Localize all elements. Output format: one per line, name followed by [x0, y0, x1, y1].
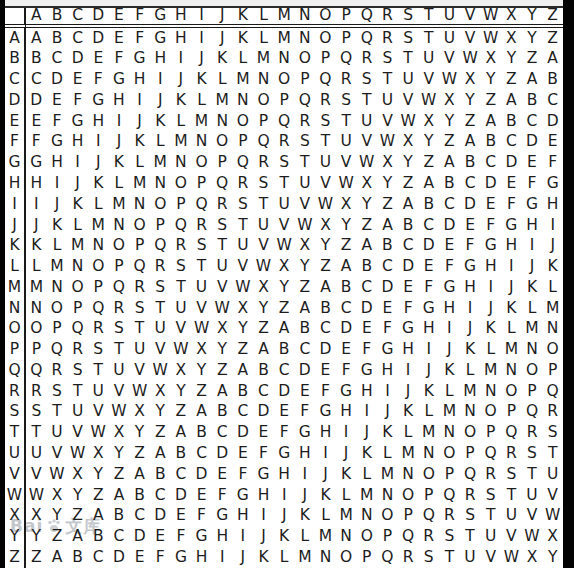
grid-cell: Z [295, 277, 316, 298]
grid-cell: J [418, 360, 439, 381]
grid-cell: Z [26, 547, 47, 568]
grid-cell: B [295, 319, 316, 340]
col-header: A [26, 8, 47, 28]
grid-cell: V [522, 506, 543, 527]
grid-cell: S [418, 547, 439, 568]
grid-cell: L [295, 526, 316, 547]
grid-cell: G [501, 215, 522, 236]
grid-cell: B [336, 277, 357, 298]
grid-cell: W [418, 90, 439, 111]
grid-cell: T [253, 194, 274, 215]
grid-cell: G [129, 49, 150, 70]
grid-cell: M [88, 215, 109, 236]
grid-cell: K [253, 547, 274, 568]
grid-cell: E [47, 90, 68, 111]
grid-cell: W [67, 443, 88, 464]
grid-cell: U [233, 236, 254, 257]
grid-cell: W [47, 464, 68, 485]
grid-cell: J [377, 402, 398, 423]
grid-cell: C [212, 423, 233, 444]
grid-cell: W [460, 49, 481, 70]
grid-cell: P [47, 319, 68, 340]
grid-cell: X [295, 236, 316, 257]
grid-cell: I [398, 360, 419, 381]
grid-cell: D [67, 49, 88, 70]
grid-cell: M [522, 319, 543, 340]
grid-cell: S [336, 90, 357, 111]
grid-cell: F [542, 153, 563, 174]
col-header: X [501, 8, 522, 28]
grid-cell: Y [377, 173, 398, 194]
grid-cell: P [129, 236, 150, 257]
grid-cell: D [501, 153, 522, 174]
grid-cell: T [274, 173, 295, 194]
grid-cell: D [212, 443, 233, 464]
grid-cell: K [377, 423, 398, 444]
grid-cell: O [253, 90, 274, 111]
grid-cell: F [460, 236, 481, 257]
grid-cell: X [129, 402, 150, 423]
grid-cell: N [460, 402, 481, 423]
grid-cell: V [295, 194, 316, 215]
grid-cell: B [129, 485, 150, 506]
grid-cell: C [356, 277, 377, 298]
row-header: O [5, 319, 26, 340]
grid-cell: L [274, 547, 295, 568]
grid-cell: O [129, 215, 150, 236]
grid-cell: Y [501, 49, 522, 70]
grid-cell: Z [171, 402, 192, 423]
grid-cell: Y [233, 319, 254, 340]
grid-cell: I [501, 256, 522, 277]
grid-cell: R [150, 256, 171, 277]
grid-cell: N [26, 298, 47, 319]
grid-cell: L [212, 70, 233, 91]
grid-cell: Q [109, 277, 130, 298]
grid-cell: P [171, 194, 192, 215]
grid-cell: B [522, 90, 543, 111]
grid-cell: W [26, 485, 47, 506]
grid-cell: Z [109, 464, 130, 485]
grid-cell: I [315, 443, 336, 464]
grid-cell: O [109, 236, 130, 257]
grid-cell: N [88, 236, 109, 257]
grid-cell: H [274, 464, 295, 485]
grid-cell: C [88, 547, 109, 568]
grid-cell: J [150, 90, 171, 111]
grid-cell: T [109, 340, 130, 361]
grid-cell: R [253, 153, 274, 174]
grid-cell: Z [253, 319, 274, 340]
grid-cell: S [150, 277, 171, 298]
grid-cell: T [315, 132, 336, 153]
grid-cell: F [26, 132, 47, 153]
grid-cell: Q [171, 215, 192, 236]
grid-cell: V [212, 277, 233, 298]
grid-cell: M [171, 132, 192, 153]
grid-cell: Y [295, 256, 316, 277]
grid-cell: H [26, 173, 47, 194]
row-header: X [5, 506, 26, 527]
grid-cell: B [191, 423, 212, 444]
grid-cell: L [109, 173, 130, 194]
grid-cell: D [274, 381, 295, 402]
grid-cell: W [336, 173, 357, 194]
grid-cell: O [150, 194, 171, 215]
grid-cell: Q [480, 443, 501, 464]
grid-cell: T [501, 485, 522, 506]
grid-cell: J [336, 443, 357, 464]
grid-cell: E [233, 443, 254, 464]
grid-cell: S [88, 340, 109, 361]
grid-cell: A [150, 443, 171, 464]
row-header: P [5, 340, 26, 361]
grid-cell: W [191, 319, 212, 340]
grid-cell: O [67, 277, 88, 298]
col-header: W [480, 8, 501, 28]
grid-cell: Y [356, 194, 377, 215]
col-header: T [418, 8, 439, 28]
grid-cell: K [233, 28, 254, 49]
grid-cell: R [336, 70, 357, 91]
grid-cell: X [460, 70, 481, 91]
row-header: B [5, 49, 26, 70]
grid-cell: K [191, 70, 212, 91]
grid-cell: L [171, 111, 192, 132]
grid-cell: Y [171, 381, 192, 402]
grid-cell: H [253, 485, 274, 506]
grid-cell: Z [88, 485, 109, 506]
grid-cell: H [398, 340, 419, 361]
grid-cell: I [171, 49, 192, 70]
grid-cell: A [47, 547, 68, 568]
grid-cell: A [26, 28, 47, 49]
grid-cell: U [109, 360, 130, 381]
grid-cell: F [212, 485, 233, 506]
grid-cell: Q [47, 340, 68, 361]
grid-cell: S [460, 506, 481, 527]
grid-cell: K [315, 485, 336, 506]
grid-cell: P [398, 506, 419, 527]
grid-cell: Q [501, 423, 522, 444]
grid-cell: P [377, 526, 398, 547]
grid-cell: O [377, 506, 398, 527]
grid-cell: U [439, 28, 460, 49]
grid-cell: O [480, 402, 501, 423]
grid-cell: C [480, 153, 501, 174]
grid-cell: N [522, 340, 543, 361]
grid-cell: Y [336, 215, 357, 236]
grid-cell: Z [501, 70, 522, 91]
grid-cell: A [109, 485, 130, 506]
grid-cell: M [439, 402, 460, 423]
grid-cell: M [315, 526, 336, 547]
grid-cell: Q [377, 547, 398, 568]
col-header: P [336, 8, 357, 28]
grid-cell: R [129, 277, 150, 298]
grid-cell: D [47, 70, 68, 91]
grid-cell: H [315, 423, 336, 444]
grid-cell: N [295, 28, 316, 49]
grid-cell: G [212, 506, 233, 527]
grid-cell: W [398, 111, 419, 132]
grid-cell: R [26, 381, 47, 402]
grid-cell: G [418, 298, 439, 319]
grid-cell: R [398, 547, 419, 568]
row-header: Z [5, 547, 26, 568]
grid-cell: M [480, 360, 501, 381]
grid-cell: C [191, 443, 212, 464]
row-header: H [5, 173, 26, 194]
grid-cell: J [480, 298, 501, 319]
grid-cell: S [398, 28, 419, 49]
grid-cell: Q [26, 360, 47, 381]
grid-cell: O [26, 319, 47, 340]
grid-cell: G [274, 443, 295, 464]
grid-cell: N [191, 132, 212, 153]
col-header: M [274, 8, 295, 28]
grid-cell: F [418, 277, 439, 298]
grid-cell: M [398, 443, 419, 464]
grid-cell: Z [129, 443, 150, 464]
grid-cell: K [171, 90, 192, 111]
grid-cell: U [191, 277, 212, 298]
grid-cell: L [480, 340, 501, 361]
col-header: B [47, 8, 68, 28]
grid-cell: Z [356, 215, 377, 236]
grid-cell: B [88, 526, 109, 547]
grid-cell: K [26, 236, 47, 257]
grid-cell: Q [274, 111, 295, 132]
grid-cell: U [171, 298, 192, 319]
grid-cell: R [233, 173, 254, 194]
grid-cell: N [398, 464, 419, 485]
grid-cell: S [315, 111, 336, 132]
grid-cell: A [67, 526, 88, 547]
grid-cell: Q [150, 236, 171, 257]
row-header: C [5, 70, 26, 91]
grid-cell: C [47, 49, 68, 70]
grid-cell: I [150, 70, 171, 91]
grid-cell: I [233, 526, 254, 547]
grid-cell: C [171, 464, 192, 485]
grid-cell: T [191, 256, 212, 277]
grid-cell: I [336, 423, 357, 444]
grid-cell: E [522, 153, 543, 174]
grid-cell: V [460, 28, 481, 49]
grid-cell: K [129, 132, 150, 153]
grid-cell: I [480, 277, 501, 298]
grid-cell: J [212, 28, 233, 49]
grid-cell: V [150, 340, 171, 361]
grid-cell: Y [88, 464, 109, 485]
grid-cell: Y [150, 402, 171, 423]
grid-cell: G [88, 90, 109, 111]
grid-cell: K [418, 381, 439, 402]
grid-cell: W [377, 132, 398, 153]
grid-cell: M [129, 173, 150, 194]
grid-cell: V [47, 443, 68, 464]
grid-cell: K [542, 256, 563, 277]
grid-cell: Q [191, 194, 212, 215]
grid-cell: M [542, 298, 563, 319]
grid-cell: F [150, 547, 171, 568]
grid-cell: M [47, 256, 68, 277]
grid-cell: B [418, 194, 439, 215]
grid-cell: P [88, 277, 109, 298]
grid-cell: D [398, 256, 419, 277]
grid-cell: O [460, 423, 481, 444]
grid-cell: E [26, 111, 47, 132]
grid-cell: B [150, 464, 171, 485]
grid-cell: E [460, 215, 481, 236]
grid-cell: P [480, 423, 501, 444]
grid-cell: O [295, 49, 316, 70]
grid-cell: J [501, 277, 522, 298]
grid-cell: R [377, 28, 398, 49]
table-top-rule [0, 6, 574, 8]
grid-cell: K [398, 402, 419, 423]
grid-cell: J [522, 256, 543, 277]
grid-cell: D [439, 215, 460, 236]
grid-cell: D [377, 277, 398, 298]
grid-cell: A [191, 402, 212, 423]
grid-cell: S [439, 526, 460, 547]
grid-cell: J [47, 194, 68, 215]
grid-cell: Y [47, 506, 68, 527]
grid-cell: X [253, 277, 274, 298]
grid-cell: J [542, 236, 563, 257]
grid-cell: T [88, 360, 109, 381]
grid-cell: Z [439, 132, 460, 153]
col-header: H [171, 8, 192, 28]
grid-cell: I [67, 153, 88, 174]
grid-cell: M [150, 153, 171, 174]
row-header: F [5, 132, 26, 153]
grid-cell: B [233, 381, 254, 402]
grid-cell: F [315, 381, 336, 402]
grid-cell: A [542, 49, 563, 70]
grid-cell: S [295, 132, 316, 153]
grid-cell: E [67, 70, 88, 91]
grid-cell: P [460, 443, 481, 464]
grid-cell: S [67, 360, 88, 381]
grid-cell: C [274, 360, 295, 381]
grid-cell: V [26, 464, 47, 485]
grid-cell: V [129, 360, 150, 381]
grid-cell: C [253, 381, 274, 402]
grid-cell: W [480, 28, 501, 49]
grid-cell: F [47, 111, 68, 132]
grid-cell: Y [398, 153, 419, 174]
grid-cell: L [522, 298, 543, 319]
grid-cell: S [129, 298, 150, 319]
grid-cell: A [480, 111, 501, 132]
grid-cell: D [542, 111, 563, 132]
grid-cell: Q [439, 485, 460, 506]
grid-cell: G [356, 360, 377, 381]
grid-cell: K [356, 443, 377, 464]
grid-cell: W [315, 194, 336, 215]
grid-cell: F [356, 340, 377, 361]
grid-cell: B [377, 236, 398, 257]
grid-cell: P [26, 340, 47, 361]
grid-cell: F [129, 28, 150, 49]
grid-cell: E [315, 360, 336, 381]
grid-cell: X [26, 506, 47, 527]
grid-cell: P [253, 111, 274, 132]
grid-cell: Y [253, 298, 274, 319]
grid-cell: M [109, 194, 130, 215]
row-header: J [5, 215, 26, 236]
col-header: I [191, 8, 212, 28]
grid-cell: C [295, 340, 316, 361]
grid-cell: K [522, 277, 543, 298]
grid-cell: S [191, 236, 212, 257]
grid-cell: N [377, 485, 398, 506]
grid-cell: N [274, 49, 295, 70]
grid-cell: J [233, 547, 254, 568]
grid-cell: Z [150, 423, 171, 444]
grid-cell: R [295, 111, 316, 132]
grid-cell: A [315, 277, 336, 298]
grid-cell: X [398, 132, 419, 153]
grid-cell: D [418, 236, 439, 257]
grid-cell: D [129, 526, 150, 547]
grid-cell: R [501, 443, 522, 464]
grid-cell: K [439, 360, 460, 381]
grid-cell: C [418, 215, 439, 236]
grid-cell: D [109, 547, 130, 568]
grid-cell: Q [233, 153, 254, 174]
grid-cell: F [501, 194, 522, 215]
grid-cell: T [480, 506, 501, 527]
scan-right-bar [563, 0, 574, 568]
grid-cell: C [336, 298, 357, 319]
grid-cell: Q [460, 464, 481, 485]
grid-cell: L [439, 381, 460, 402]
grid-cell: L [129, 153, 150, 174]
grid-cell: U [480, 526, 501, 547]
grid-cell: F [295, 402, 316, 423]
grid-cell: A [501, 90, 522, 111]
col-header: D [88, 8, 109, 28]
grid-cell: W [253, 256, 274, 277]
grid-cell: D [315, 340, 336, 361]
grid-cell: F [377, 319, 398, 340]
grid-cell: L [315, 506, 336, 527]
grid-cell: Z [67, 506, 88, 527]
grid-cell: U [212, 256, 233, 277]
grid-cell: O [522, 360, 543, 381]
grid-cell: X [377, 153, 398, 174]
grid-cell: N [356, 506, 377, 527]
grid-cell: K [109, 153, 130, 174]
grid-cell: L [26, 256, 47, 277]
corner-cell [5, 8, 26, 28]
grid-cell: P [295, 70, 316, 91]
row-header: M [5, 277, 26, 298]
grid-cell: P [336, 28, 357, 49]
col-header: Y [522, 8, 543, 28]
grid-cell: B [460, 153, 481, 174]
grid-cell: L [150, 132, 171, 153]
grid-cell: Z [542, 28, 563, 49]
grid-cell: M [274, 28, 295, 49]
col-header: K [233, 8, 254, 28]
grid-cell: D [480, 173, 501, 194]
grid-cell: K [501, 298, 522, 319]
